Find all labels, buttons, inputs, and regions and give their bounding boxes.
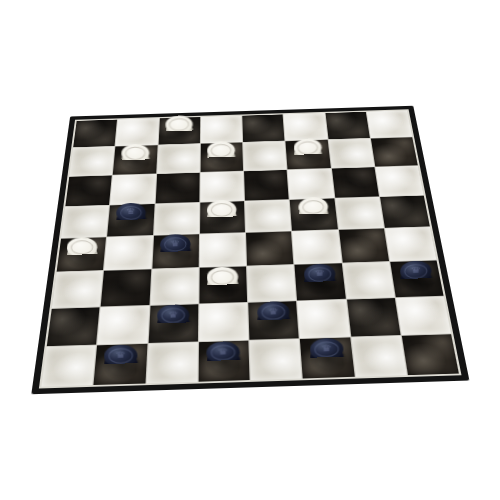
square-r1c5[interactable] bbox=[242, 114, 284, 142]
square-r7c5[interactable]: ♛ bbox=[248, 300, 299, 339]
square-r1c2[interactable] bbox=[115, 118, 158, 146]
square-r6c8[interactable]: ♛ bbox=[389, 260, 442, 296]
square-r6c4[interactable] bbox=[199, 266, 247, 302]
piece-top bbox=[66, 236, 97, 257]
square-r2c4[interactable] bbox=[200, 142, 243, 171]
square-r1c1[interactable] bbox=[73, 119, 117, 147]
square-r7c8[interactable] bbox=[395, 296, 450, 335]
crown-emboss-icon: ♛ bbox=[167, 310, 178, 319]
photo-background: ♛♛♛♛♛♛♛♛♛ bbox=[0, 0, 500, 500]
piece-top bbox=[298, 197, 328, 218]
white-piece[interactable] bbox=[66, 236, 97, 264]
white-piece[interactable] bbox=[298, 197, 328, 225]
square-r7c1[interactable] bbox=[46, 306, 99, 345]
square-r5c7[interactable] bbox=[338, 228, 388, 262]
square-r5c8[interactable] bbox=[384, 227, 436, 261]
square-r5c4[interactable] bbox=[199, 232, 246, 266]
square-r7c2[interactable] bbox=[97, 305, 148, 344]
square-r8c7[interactable] bbox=[350, 335, 406, 376]
square-r5c1[interactable] bbox=[56, 237, 106, 272]
square-r4c3[interactable] bbox=[153, 202, 199, 235]
square-r1c3[interactable] bbox=[158, 117, 200, 145]
crown-emboss-icon: ♛ bbox=[314, 268, 325, 277]
square-r1c4[interactable] bbox=[200, 115, 242, 143]
crown-emboss-icon: ♛ bbox=[410, 265, 421, 274]
board-frame: ♛♛♛♛♛♛♛♛♛ bbox=[31, 105, 469, 393]
square-r6c1[interactable] bbox=[51, 271, 102, 308]
square-r7c4[interactable] bbox=[198, 302, 248, 341]
square-r4c6[interactable] bbox=[289, 198, 336, 230]
square-r1c7[interactable] bbox=[325, 111, 370, 139]
square-r4c7[interactable] bbox=[334, 196, 383, 228]
black-piece[interactable]: ♛ bbox=[115, 202, 145, 230]
square-r4c4[interactable] bbox=[199, 201, 244, 233]
square-r1c6[interactable] bbox=[283, 113, 326, 141]
square-r2c6[interactable] bbox=[285, 139, 330, 168]
square-r4c8[interactable] bbox=[379, 195, 429, 227]
square-r2c3[interactable] bbox=[156, 143, 199, 172]
square-r3c6[interactable] bbox=[287, 168, 333, 199]
square-r3c7[interactable] bbox=[331, 166, 378, 197]
square-r8c1[interactable] bbox=[41, 345, 96, 386]
square-r2c1[interactable] bbox=[69, 146, 114, 175]
square-r4c5[interactable] bbox=[244, 199, 290, 231]
piece-top bbox=[165, 114, 193, 133]
square-r4c1[interactable] bbox=[61, 205, 109, 238]
square-r2c2[interactable] bbox=[113, 145, 157, 174]
square-r2c5[interactable] bbox=[243, 141, 287, 170]
square-r3c8[interactable] bbox=[375, 165, 424, 196]
crown-emboss-icon: ♛ bbox=[125, 208, 135, 216]
square-r3c5[interactable] bbox=[244, 169, 289, 200]
square-r3c3[interactable] bbox=[155, 172, 199, 203]
square-r1c8[interactable] bbox=[366, 110, 412, 137]
crown-emboss-icon: ♛ bbox=[114, 350, 125, 359]
square-r6c5[interactable] bbox=[247, 265, 296, 301]
square-r2c7[interactable] bbox=[328, 138, 374, 167]
square-r8c3[interactable] bbox=[146, 342, 198, 383]
square-r8c5[interactable] bbox=[249, 338, 301, 379]
piece-top bbox=[206, 199, 236, 220]
crown-emboss-icon: ♛ bbox=[217, 347, 228, 356]
white-piece[interactable] bbox=[206, 266, 238, 295]
crown-emboss-icon: ♛ bbox=[320, 344, 331, 353]
square-r3c1[interactable] bbox=[65, 175, 112, 206]
crown-emboss-icon: ♛ bbox=[170, 239, 180, 247]
piece-top bbox=[206, 266, 238, 288]
board-grid: ♛♛♛♛♛♛♛♛♛ bbox=[38, 109, 461, 388]
square-r6c3[interactable] bbox=[150, 268, 198, 305]
square-r4c2[interactable]: ♛ bbox=[107, 203, 154, 236]
square-r8c8[interactable] bbox=[401, 334, 458, 375]
square-r7c6[interactable] bbox=[297, 299, 349, 338]
square-r8c6[interactable]: ♛ bbox=[300, 337, 354, 378]
square-r7c7[interactable] bbox=[346, 297, 400, 336]
square-r8c2[interactable]: ♛ bbox=[93, 343, 146, 384]
square-r3c2[interactable] bbox=[110, 173, 155, 204]
square-r3c4[interactable] bbox=[200, 171, 244, 202]
white-piece[interactable] bbox=[206, 199, 236, 227]
square-r6c6[interactable]: ♛ bbox=[294, 263, 345, 299]
piece-top: ♛ bbox=[115, 202, 145, 223]
square-r6c7[interactable] bbox=[342, 262, 394, 298]
square-r2c8[interactable] bbox=[370, 137, 417, 166]
crown-emboss-icon: ♛ bbox=[267, 306, 278, 315]
square-r7c3[interactable]: ♛ bbox=[148, 303, 198, 342]
black-piece[interactable]: ♛ bbox=[159, 233, 190, 261]
square-r5c3[interactable]: ♛ bbox=[151, 234, 198, 268]
checkers-board: ♛♛♛♛♛♛♛♛♛ bbox=[47, 34, 444, 431]
square-r6c2[interactable] bbox=[100, 269, 150, 306]
square-r8c4[interactable]: ♛ bbox=[198, 340, 249, 381]
square-r5c2[interactable] bbox=[104, 235, 152, 269]
square-r5c6[interactable] bbox=[292, 229, 341, 263]
square-r5c5[interactable] bbox=[246, 231, 294, 265]
piece-top: ♛ bbox=[159, 233, 190, 254]
